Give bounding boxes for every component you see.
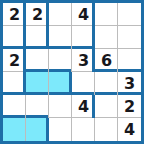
cell-r3c3[interactable] [49, 49, 72, 72]
cell-r6c5[interactable] [95, 118, 118, 141]
cell-r4c4[interactable] [72, 72, 95, 95]
clue-number: 4 [124, 118, 135, 141]
cell-r3c5[interactable]: 6 [95, 49, 118, 72]
cell-r5c1[interactable] [3, 95, 26, 118]
cell-r1c1[interactable]: 2 [3, 3, 26, 26]
cell-r1c3[interactable] [49, 3, 72, 26]
cell-r4c1[interactable] [3, 72, 26, 95]
cell-r2c3[interactable] [49, 26, 72, 49]
clue-number: 2 [124, 95, 135, 118]
clue-number: 2 [32, 3, 43, 26]
cell-r6c4[interactable] [72, 118, 95, 141]
cell-r5c4[interactable]: 4 [72, 95, 95, 118]
cell-r1c4[interactable]: 4 [72, 3, 95, 26]
clue-number: 4 [78, 3, 89, 26]
cell-r6c6[interactable]: 4 [118, 118, 141, 141]
cell-r1c5[interactable] [95, 3, 118, 26]
clue-number: 2 [9, 49, 20, 72]
clue-number: 3 [124, 72, 135, 95]
cell-r3c1[interactable]: 2 [3, 49, 26, 72]
cell-r2c6[interactable] [118, 26, 141, 49]
clue-number: 4 [78, 95, 89, 118]
cell-r5c2[interactable] [26, 95, 49, 118]
cell-r6c1-highlighted[interactable] [3, 118, 26, 141]
cell-r2c1[interactable] [3, 26, 26, 49]
clue-number: 2 [9, 3, 20, 26]
cell-r4c6[interactable]: 3 [118, 72, 141, 95]
cell-r6c2-highlighted[interactable] [26, 118, 49, 141]
cell-r2c2[interactable] [26, 26, 49, 49]
cell-r5c6[interactable]: 2 [118, 95, 141, 118]
cell-r6c3[interactable] [49, 118, 72, 141]
cell-r1c2[interactable]: 2 [26, 3, 49, 26]
shikaku-board[interactable]: 2242363424 [0, 0, 144, 144]
clue-number: 3 [78, 49, 89, 72]
cell-r3c4[interactable]: 3 [72, 49, 95, 72]
cell-r2c5[interactable] [95, 26, 118, 49]
clue-number: 6 [101, 49, 112, 72]
cell-r5c5[interactable] [95, 95, 118, 118]
cell-r3c6[interactable] [118, 49, 141, 72]
cell-r3c2[interactable] [26, 49, 49, 72]
cell-r4c3-highlighted[interactable] [49, 72, 72, 95]
cell-r4c2-highlighted[interactable] [26, 72, 49, 95]
cell-r2c4[interactable] [72, 26, 95, 49]
cell-r4c5[interactable] [95, 72, 118, 95]
cell-r1c6[interactable] [118, 3, 141, 26]
cell-r5c3[interactable] [49, 95, 72, 118]
